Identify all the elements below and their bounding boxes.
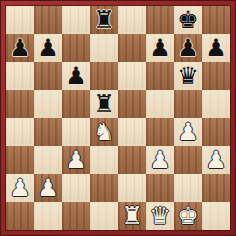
square-g5[interactable] [174,90,202,118]
piece-black-pawn[interactable]: ♟ [37,34,59,62]
square-a5[interactable] [6,90,34,118]
square-a4[interactable] [6,118,34,146]
piece-black-rook[interactable]: ♜ [93,6,115,34]
square-e3[interactable] [118,146,146,174]
square-g2[interactable] [174,174,202,202]
square-f6[interactable] [146,62,174,90]
square-a3[interactable] [6,146,34,174]
square-h4[interactable] [202,118,230,146]
square-d8[interactable]: ♜ [90,6,118,34]
square-f1[interactable]: ♛ [146,202,174,230]
piece-white-queen[interactable]: ♛ [149,202,171,230]
piece-black-queen[interactable]: ♛ [177,62,199,90]
piece-black-pawn[interactable]: ♟ [177,34,199,62]
square-d7[interactable] [90,34,118,62]
square-c6[interactable]: ♟ [62,62,90,90]
square-b3[interactable] [34,146,62,174]
piece-black-king[interactable]: ♚ [177,6,199,34]
square-a1[interactable] [6,202,34,230]
square-b8[interactable] [34,6,62,34]
square-g1[interactable]: ♚ [174,202,202,230]
square-c1[interactable] [62,202,90,230]
piece-white-pawn[interactable]: ♟ [37,174,59,202]
piece-white-pawn[interactable]: ♟ [65,146,87,174]
square-f5[interactable] [146,90,174,118]
square-c7[interactable] [62,34,90,62]
square-b1[interactable] [34,202,62,230]
chess-board: ♜♚♟♟♟♟♟♟♛♜♞♟♟♟♟♟♟♜♛♚ [6,6,230,230]
square-e1[interactable]: ♜ [118,202,146,230]
square-e2[interactable] [118,174,146,202]
square-c4[interactable] [62,118,90,146]
piece-black-pawn[interactable]: ♟ [9,34,31,62]
square-h5[interactable] [202,90,230,118]
piece-white-pawn[interactable]: ♟ [149,146,171,174]
square-h3[interactable]: ♟ [202,146,230,174]
square-b2[interactable]: ♟ [34,174,62,202]
piece-white-knight[interactable]: ♞ [93,118,115,146]
square-g4[interactable]: ♟ [174,118,202,146]
square-b4[interactable] [34,118,62,146]
square-g6[interactable]: ♛ [174,62,202,90]
square-b5[interactable] [34,90,62,118]
board-frame: ♜♚♟♟♟♟♟♟♛♜♞♟♟♟♟♟♟♜♛♚ [0,0,236,236]
square-f3[interactable]: ♟ [146,146,174,174]
square-e4[interactable] [118,118,146,146]
square-c5[interactable] [62,90,90,118]
square-d4[interactable]: ♞ [90,118,118,146]
square-f2[interactable] [146,174,174,202]
square-g3[interactable] [174,146,202,174]
square-g8[interactable]: ♚ [174,6,202,34]
square-f7[interactable]: ♟ [146,34,174,62]
square-h2[interactable] [202,174,230,202]
piece-black-pawn[interactable]: ♟ [149,34,171,62]
piece-white-pawn[interactable]: ♟ [177,118,199,146]
square-c3[interactable]: ♟ [62,146,90,174]
piece-white-pawn[interactable]: ♟ [9,174,31,202]
piece-white-king[interactable]: ♚ [177,202,199,230]
square-b7[interactable]: ♟ [34,34,62,62]
square-e5[interactable] [118,90,146,118]
piece-white-rook[interactable]: ♜ [121,202,143,230]
square-d5[interactable]: ♜ [90,90,118,118]
square-d3[interactable] [90,146,118,174]
square-d2[interactable] [90,174,118,202]
square-f4[interactable] [146,118,174,146]
square-a8[interactable] [6,6,34,34]
square-c2[interactable] [62,174,90,202]
piece-black-rook[interactable]: ♜ [93,90,115,118]
piece-white-pawn[interactable]: ♟ [205,146,227,174]
piece-black-pawn[interactable]: ♟ [205,34,227,62]
square-d6[interactable] [90,62,118,90]
square-a6[interactable] [6,62,34,90]
square-h6[interactable] [202,62,230,90]
square-d1[interactable] [90,202,118,230]
square-b6[interactable] [34,62,62,90]
square-a2[interactable]: ♟ [6,174,34,202]
square-g7[interactable]: ♟ [174,34,202,62]
square-h7[interactable]: ♟ [202,34,230,62]
square-e6[interactable] [118,62,146,90]
square-h8[interactable] [202,6,230,34]
square-c8[interactable] [62,6,90,34]
square-f8[interactable] [146,6,174,34]
square-a7[interactable]: ♟ [6,34,34,62]
square-e8[interactable] [118,6,146,34]
square-h1[interactable] [202,202,230,230]
piece-black-pawn[interactable]: ♟ [65,62,87,90]
square-e7[interactable] [118,34,146,62]
